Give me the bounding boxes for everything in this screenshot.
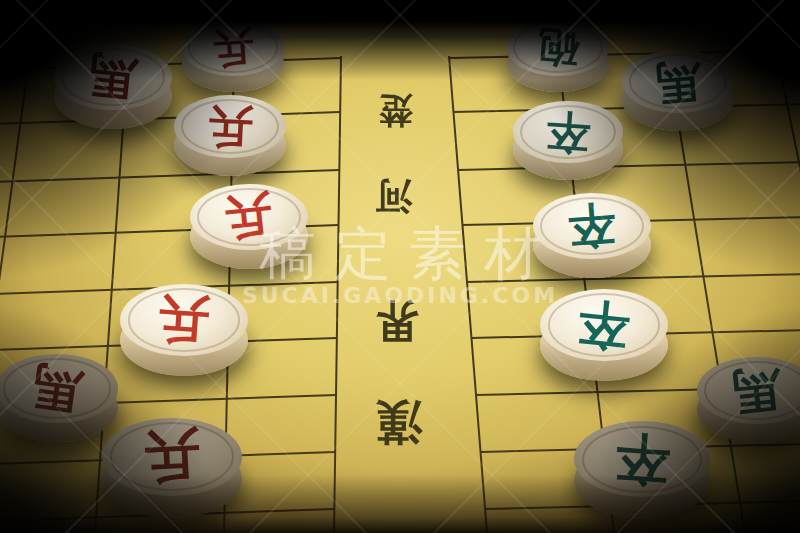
piece-character: 兵 bbox=[206, 103, 253, 150]
piece-character: 馬 bbox=[654, 57, 703, 106]
xiangqi-photo: 楚 河 界 漢 馬兵兵兵兵馬兵砲馬卒卒卒馬卒 稿定素材 SUCAI.GAODIN… bbox=[0, 0, 800, 533]
piece-face: 馬 bbox=[622, 50, 734, 113]
xiangqi-piece-black[interactable]: 卒 bbox=[533, 193, 651, 278]
xiangqi-piece-black[interactable]: 卒 bbox=[540, 289, 668, 381]
piece-character: 卒 bbox=[613, 430, 671, 488]
xiangqi-piece-red[interactable]: 馬 bbox=[54, 44, 172, 129]
xiangqi-piece-red[interactable]: 兵 bbox=[120, 284, 248, 376]
piece-character: 馬 bbox=[87, 51, 139, 103]
piece-character: 砲 bbox=[536, 25, 580, 69]
piece-face: 卒 bbox=[533, 193, 651, 259]
piece-character: 兵 bbox=[211, 26, 255, 70]
xiangqi-piece-black[interactable]: 卒 bbox=[513, 101, 623, 180]
xiangqi-piece-black[interactable]: 砲 bbox=[507, 19, 609, 92]
xiangqi-piece-red[interactable]: 兵 bbox=[182, 19, 284, 92]
piece-character: 馬 bbox=[731, 364, 784, 417]
piece-face: 兵 bbox=[120, 284, 248, 356]
piece-character: 卒 bbox=[545, 108, 592, 155]
piece-face: 卒 bbox=[513, 101, 623, 163]
xiangqi-piece-black[interactable]: 卒 bbox=[574, 421, 710, 519]
piece-face: 兵 bbox=[174, 95, 286, 158]
piece-face: 馬 bbox=[0, 354, 118, 423]
piece-character: 兵 bbox=[143, 427, 202, 486]
piece-face: 兵 bbox=[190, 184, 308, 250]
piece-face: 卒 bbox=[574, 421, 710, 497]
piece-face: 兵 bbox=[102, 418, 242, 497]
piece-character: 卒 bbox=[576, 297, 632, 353]
piece-character: 兵 bbox=[223, 191, 275, 243]
xiangqi-piece-black[interactable]: 馬 bbox=[622, 50, 734, 131]
xiangqi-piece-red[interactable]: 兵 bbox=[174, 95, 286, 176]
xiangqi-piece-red[interactable]: 兵 bbox=[190, 184, 308, 269]
piece-face: 卒 bbox=[540, 289, 668, 361]
xiangqi-piece-red[interactable]: 馬 bbox=[0, 354, 118, 442]
piece-face: 馬 bbox=[54, 44, 172, 110]
xiangqi-piece-red[interactable]: 兵 bbox=[102, 418, 242, 519]
piece-character: 馬 bbox=[29, 361, 84, 416]
piece-face: 砲 bbox=[507, 19, 609, 76]
xiangqi-piece-black[interactable]: 馬 bbox=[697, 357, 800, 443]
pieces-layer: 馬兵兵兵兵馬兵砲馬卒卒卒馬卒 bbox=[0, 0, 800, 533]
piece-character: 卒 bbox=[567, 201, 617, 251]
piece-face: 兵 bbox=[182, 19, 284, 76]
piece-character: 兵 bbox=[157, 293, 212, 348]
